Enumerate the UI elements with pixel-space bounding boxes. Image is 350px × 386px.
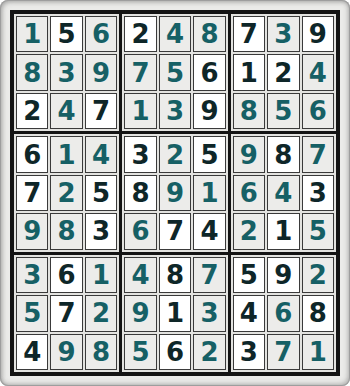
cell-r5c4[interactable]: 8 (124, 175, 156, 211)
cell-r2c3[interactable]: 9 (85, 54, 117, 90)
cell-r8c2[interactable]: 7 (50, 295, 82, 331)
cell-r6c1[interactable]: 9 (16, 213, 48, 249)
cell-r4c8[interactable]: 8 (267, 136, 299, 172)
cell-r7c1[interactable]: 3 (16, 257, 48, 293)
cell-r9c2[interactable]: 9 (50, 334, 82, 370)
box-1: 156839247 (14, 14, 119, 131)
cell-r8c1[interactable]: 5 (16, 295, 48, 331)
cell-r3c1[interactable]: 2 (16, 93, 48, 129)
cell-r6c4[interactable]: 6 (124, 213, 156, 249)
cell-r8c5[interactable]: 1 (159, 295, 191, 331)
cell-r6c6[interactable]: 4 (193, 213, 225, 249)
cell-r6c9[interactable]: 5 (302, 213, 334, 249)
cell-r7c5[interactable]: 8 (159, 257, 191, 293)
cell-r7c7[interactable]: 5 (233, 257, 265, 293)
cell-r5c8[interactable]: 4 (267, 175, 299, 211)
cell-r4c1[interactable]: 6 (16, 136, 48, 172)
cell-r3c3[interactable]: 7 (85, 93, 117, 129)
cell-r9c7[interactable]: 3 (233, 334, 265, 370)
cell-r3c4[interactable]: 1 (124, 93, 156, 129)
cell-r5c1[interactable]: 7 (16, 175, 48, 211)
box-2: 248756139 (122, 14, 227, 131)
cell-r2c6[interactable]: 6 (193, 54, 225, 90)
cell-r9c5[interactable]: 6 (159, 334, 191, 370)
cell-r1c2[interactable]: 5 (50, 16, 82, 52)
cell-r4c2[interactable]: 1 (50, 136, 82, 172)
box-7: 361572498 (14, 255, 119, 372)
cell-r8c8[interactable]: 6 (267, 295, 299, 331)
cell-r5c7[interactable]: 6 (233, 175, 265, 211)
cell-r6c5[interactable]: 7 (159, 213, 191, 249)
box-4: 614725983 (14, 134, 119, 251)
cell-r6c3[interactable]: 3 (85, 213, 117, 249)
cell-r1c8[interactable]: 3 (267, 16, 299, 52)
cell-r6c2[interactable]: 8 (50, 213, 82, 249)
cell-r7c4[interactable]: 4 (124, 257, 156, 293)
cell-r3c9[interactable]: 6 (302, 93, 334, 129)
cell-r8c4[interactable]: 9 (124, 295, 156, 331)
cell-r4c7[interactable]: 9 (233, 136, 265, 172)
cell-r6c7[interactable]: 2 (233, 213, 265, 249)
cell-r7c8[interactable]: 9 (267, 257, 299, 293)
cell-r1c3[interactable]: 6 (85, 16, 117, 52)
cell-r2c8[interactable]: 2 (267, 54, 299, 90)
cell-r1c5[interactable]: 4 (159, 16, 191, 52)
cell-r2c7[interactable]: 1 (233, 54, 265, 90)
cell-r9c1[interactable]: 4 (16, 334, 48, 370)
cell-r9c3[interactable]: 8 (85, 334, 117, 370)
box-9: 592468371 (231, 255, 336, 372)
cell-r5c3[interactable]: 5 (85, 175, 117, 211)
cell-r6c8[interactable]: 1 (267, 213, 299, 249)
cell-r3c6[interactable]: 9 (193, 93, 225, 129)
cell-r1c7[interactable]: 7 (233, 16, 265, 52)
cell-r2c5[interactable]: 5 (159, 54, 191, 90)
box-8: 487913562 (122, 255, 227, 372)
cell-r8c6[interactable]: 3 (193, 295, 225, 331)
box-5: 325891674 (122, 134, 227, 251)
cell-r5c5[interactable]: 9 (159, 175, 191, 211)
cell-r7c6[interactable]: 7 (193, 257, 225, 293)
cell-r3c8[interactable]: 5 (267, 93, 299, 129)
cell-r7c9[interactable]: 2 (302, 257, 334, 293)
cell-r7c2[interactable]: 6 (50, 257, 82, 293)
cell-r8c9[interactable]: 8 (302, 295, 334, 331)
cell-r5c2[interactable]: 2 (50, 175, 82, 211)
cell-r9c9[interactable]: 1 (302, 334, 334, 370)
cell-r3c5[interactable]: 3 (159, 93, 191, 129)
cell-r2c2[interactable]: 3 (50, 54, 82, 90)
cell-r8c7[interactable]: 4 (233, 295, 265, 331)
cell-r3c7[interactable]: 8 (233, 93, 265, 129)
cell-r4c6[interactable]: 5 (193, 136, 225, 172)
box-3: 739124856 (231, 14, 336, 131)
cell-r4c4[interactable]: 3 (124, 136, 156, 172)
cell-r9c4[interactable]: 5 (124, 334, 156, 370)
cell-r2c4[interactable]: 7 (124, 54, 156, 90)
cell-r4c9[interactable]: 7 (302, 136, 334, 172)
cell-r5c9[interactable]: 3 (302, 175, 334, 211)
cell-r8c3[interactable]: 2 (85, 295, 117, 331)
cell-r1c4[interactable]: 2 (124, 16, 156, 52)
cell-r7c3[interactable]: 1 (85, 257, 117, 293)
cell-r4c5[interactable]: 2 (159, 136, 191, 172)
cell-r9c6[interactable]: 2 (193, 334, 225, 370)
sudoku-board: 1568392472487561397391248566147259833258… (10, 10, 340, 376)
cell-r1c1[interactable]: 1 (16, 16, 48, 52)
cell-r1c6[interactable]: 8 (193, 16, 225, 52)
cell-r3c2[interactable]: 4 (50, 93, 82, 129)
cell-r2c9[interactable]: 4 (302, 54, 334, 90)
cell-r2c1[interactable]: 8 (16, 54, 48, 90)
cell-r1c9[interactable]: 9 (302, 16, 334, 52)
box-6: 987643215 (231, 134, 336, 251)
cell-r5c6[interactable]: 1 (193, 175, 225, 211)
cell-r4c3[interactable]: 4 (85, 136, 117, 172)
board-frame: 1568392472487561397391248566147259833258… (0, 0, 350, 386)
cell-r9c8[interactable]: 7 (267, 334, 299, 370)
